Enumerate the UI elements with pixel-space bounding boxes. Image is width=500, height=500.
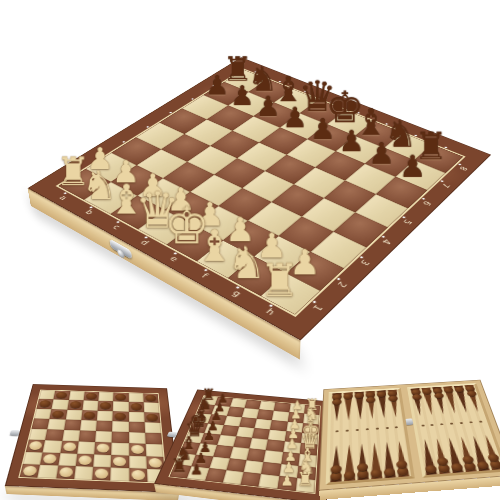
checkers-square-1-6 xyxy=(128,402,144,412)
piece-black-pawn: ♟ xyxy=(216,393,231,405)
checkers-square-1-4 xyxy=(98,401,114,411)
backgammon-checker xyxy=(466,391,477,397)
square-f5 xyxy=(294,167,345,198)
checkers-square-7-3 xyxy=(74,466,93,480)
checkers-square-5-6 xyxy=(129,443,146,456)
peg-hole xyxy=(460,422,463,424)
checkers-square-2-5 xyxy=(113,411,129,422)
checker-dark xyxy=(145,395,156,402)
checkers-square-3-2 xyxy=(64,419,81,430)
peg-hole xyxy=(366,428,369,430)
checkers-square-4-7 xyxy=(145,433,162,445)
checkers-square-3-5 xyxy=(112,421,128,432)
square-6-6: ♟ xyxy=(279,464,298,478)
checkers-square-7-6 xyxy=(129,468,148,482)
checker-light xyxy=(58,467,73,477)
checkers-square-1-5 xyxy=(113,401,128,411)
checker-dark xyxy=(85,393,97,400)
checkers-square-6-1 xyxy=(40,452,60,465)
checkers-square-0-2 xyxy=(68,391,84,400)
playing-area: ♜♞♝♛♚♝♞♜♟♟♟♟♟♟♟♟♟♟♟♟♟♟♟♟♜♞♝♛♚♝♞♜ xyxy=(56,68,466,316)
checkers-square-0-4 xyxy=(98,392,113,401)
backgammon-checker xyxy=(332,399,342,405)
checker-light xyxy=(62,443,76,452)
checkers-square-0-5 xyxy=(113,392,128,402)
checkers-square-7-2 xyxy=(56,465,76,479)
square-5-5 xyxy=(264,450,283,463)
peg-hole xyxy=(346,430,349,432)
checker-dark xyxy=(52,410,65,418)
checkers-square-0-3 xyxy=(83,391,99,400)
chess-thumb-playing-area: ♜♟♟♜♞♟♟♞♝♟♟♝♚♟♟♚♛♟♟♛♝♟♟♝♞♟♟♞♜♟♟♜ xyxy=(168,395,320,494)
checkers-square-6-5 xyxy=(111,455,129,468)
chess-thumb-frame: ♜♟♟♜♞♟♟♞♝♟♟♝♚♟♟♚♛♟♟♛♝♟♟♝♞♟♟♞♜♟♟♜ xyxy=(154,390,330,500)
backgammon-checker xyxy=(412,394,422,400)
checkers-square-1-1 xyxy=(52,400,69,410)
piece-black-rook: ♜ xyxy=(201,388,216,403)
checkers-square-0-7 xyxy=(143,393,159,403)
backgammon-checker xyxy=(434,393,445,399)
checkers-square-2-4 xyxy=(97,410,113,421)
checkers-square-3-7 xyxy=(144,422,161,433)
peg-hole xyxy=(356,429,359,431)
checkers-square-0-6 xyxy=(128,393,143,403)
checker-dark xyxy=(115,412,127,420)
checkers-square-4-4 xyxy=(95,431,112,443)
peg-hole xyxy=(479,421,483,423)
backgammon-checker xyxy=(489,460,500,468)
checker-dark xyxy=(115,394,126,401)
checker-dark xyxy=(83,411,95,419)
checker-light xyxy=(95,468,109,478)
checkers-square-1-3 xyxy=(82,400,98,410)
checkers-square-5-7 xyxy=(145,444,163,457)
checker-dark xyxy=(100,402,112,409)
checkers-square-1-7 xyxy=(143,402,159,412)
checkers-square-3-4 xyxy=(96,420,113,431)
checkers-square-2-7 xyxy=(144,412,160,423)
peg-hole xyxy=(469,421,472,423)
checkers-square-3-6 xyxy=(128,422,144,433)
peg-hole xyxy=(385,427,388,429)
peg-hole xyxy=(375,428,378,430)
backgammon-point xyxy=(431,436,452,474)
checker-light xyxy=(148,458,162,468)
checker-light xyxy=(131,445,144,454)
peg-hole xyxy=(440,423,443,425)
peg-hole xyxy=(336,430,339,432)
checkers-square-4-3 xyxy=(78,430,96,442)
square-3-7: ♚ xyxy=(301,433,318,445)
peg-hole xyxy=(450,423,453,425)
piece-white-pawn: ♟ xyxy=(283,437,300,450)
square-3-6: ♟ xyxy=(284,431,302,443)
chess-board: ♜♞♝♛♚♝♞♜♟♟♟♟♟♟♟♟♟♟♟♟♟♟♟♟♜♞♝♛♚♝♞♜ abcdefg… xyxy=(28,57,491,340)
piece-black-pawn: ♟ xyxy=(201,72,233,99)
checkers-grid xyxy=(20,390,166,483)
chess-thumb-grid: ♜♟♟♜♞♟♟♞♝♟♟♝♚♟♟♚♛♟♟♛♝♟♟♝♞♟♟♞♜♟♟♜ xyxy=(170,396,320,493)
checkers-square-6-6 xyxy=(129,455,147,468)
checker-light xyxy=(43,454,57,464)
peg-hole-row xyxy=(421,421,482,427)
board-frame: ♜♞♝♛♚♝♞♜♟♟♟♟♟♟♟♟♟♟♟♟♟♟♟♟♜♞♝♛♚♝♞♜ abcdefg… xyxy=(28,57,491,340)
piece-white-rook: ♜ xyxy=(304,397,319,413)
checker-dark xyxy=(39,400,52,407)
checkers-playing-area xyxy=(18,390,167,484)
backgammon-checker xyxy=(388,395,398,401)
checkers-square-4-6 xyxy=(129,432,146,444)
checker-dark xyxy=(56,392,68,399)
checker-dark xyxy=(130,403,141,410)
square-5-6: ♟ xyxy=(281,452,300,465)
checkers-square-6-3 xyxy=(76,453,95,466)
checkers-board xyxy=(5,384,180,493)
checkers-square-2-1 xyxy=(50,409,67,419)
checkers-square-5-5 xyxy=(111,443,128,456)
square-f7: ♟ xyxy=(336,136,384,164)
checker-light xyxy=(113,456,126,466)
square-0-2 xyxy=(230,398,247,408)
checkers-square-5-1 xyxy=(43,440,62,452)
checkers-square-5-2 xyxy=(60,441,79,453)
checker-light xyxy=(28,441,42,450)
backgammon-board xyxy=(319,380,500,491)
peg-hole xyxy=(431,424,434,426)
peg-hole-row xyxy=(336,426,399,432)
peg-hole xyxy=(395,426,398,428)
checkers-square-5-3 xyxy=(77,442,95,454)
square-4-7: ♛ xyxy=(300,443,318,456)
backgammon-half-right xyxy=(407,383,500,478)
checkers-square-5-4 xyxy=(94,442,112,454)
backgammon-checker xyxy=(450,463,463,471)
chess-grid: ♜♞♝♛♚♝♞♜♟♟♟♟♟♟♟♟♟♟♟♟♟♟♟♟♜♞♝♛♚♝♞♜ xyxy=(59,70,463,315)
chess-board-side-view: ♜♟♟♜♞♟♟♞♝♟♟♝♚♟♟♚♛♟♟♛♝♟♟♝♞♟♟♞♜♟♟♜ xyxy=(154,390,330,500)
checkers-square-6-4 xyxy=(93,454,111,467)
peg-hole xyxy=(421,424,424,426)
backgammon-checker xyxy=(396,460,408,468)
checkers-square-4-5 xyxy=(112,432,129,444)
checkers-square-6-2 xyxy=(58,453,77,466)
checkers-square-3-1 xyxy=(48,419,66,430)
checker-light xyxy=(131,470,145,480)
checkers-square-4-1 xyxy=(45,429,63,441)
checkers-square-7-4 xyxy=(92,467,111,481)
checkers-square-0-1 xyxy=(54,391,70,400)
square-3-1: ♟ xyxy=(204,423,223,434)
square-7-7: ♜ xyxy=(296,478,316,493)
checker-light xyxy=(78,455,92,465)
checkers-square-3-3 xyxy=(80,420,97,431)
checker-light xyxy=(22,466,37,476)
checkers-square-7-1 xyxy=(38,465,58,479)
checkers-square-5-0 xyxy=(26,440,45,452)
square-b1: ♞ xyxy=(84,182,137,214)
checkers-square-2-2 xyxy=(65,409,82,419)
checkers-frame xyxy=(5,384,180,493)
square-4-4 xyxy=(249,438,268,450)
checker-dark xyxy=(146,413,158,421)
backgammon-checker xyxy=(366,397,376,403)
piece-white-pawn: ♟ xyxy=(289,399,304,411)
square-7-6: ♟ xyxy=(277,476,297,491)
square-d2: ♟ xyxy=(165,192,219,225)
checkers-square-2-6 xyxy=(128,411,144,422)
checkers-square-7-5 xyxy=(110,467,128,481)
checkers-square-1-2 xyxy=(67,400,83,410)
square-3-5 xyxy=(268,430,286,442)
checker-dark xyxy=(69,401,81,408)
checkers-square-4-2 xyxy=(62,430,80,442)
backgammon-checker xyxy=(436,457,448,465)
backgammon-half-left xyxy=(326,388,415,485)
square-7-5 xyxy=(259,474,279,489)
checker-light xyxy=(97,444,110,453)
square-4-3 xyxy=(233,436,252,448)
checkers-square-2-3 xyxy=(81,410,98,421)
backgammon-checker xyxy=(397,467,409,476)
